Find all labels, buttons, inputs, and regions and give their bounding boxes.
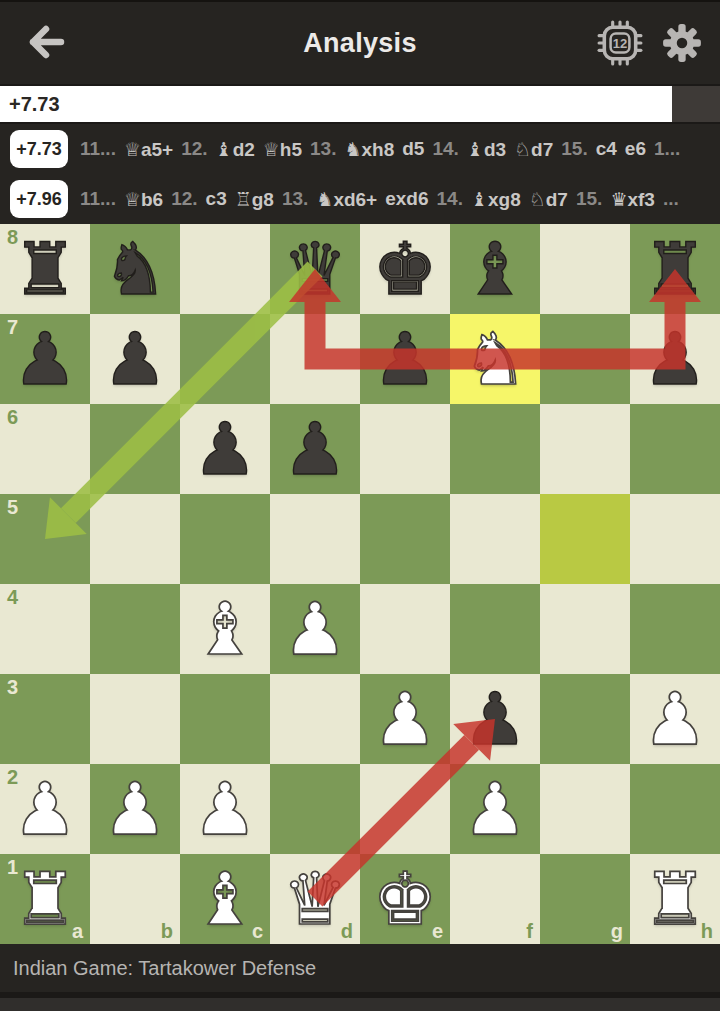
square-d8[interactable]: ♛ (270, 224, 360, 314)
move: ♖g8 (235, 188, 274, 211)
opening-bar: Indian Game: Tartakower Defense (0, 944, 720, 992)
square-a6[interactable]: 6 (0, 404, 90, 494)
square-g4[interactable] (540, 584, 630, 674)
eval-value: +7.73 (0, 93, 60, 116)
move-number: 12. (171, 188, 197, 210)
square-g3[interactable] (540, 674, 630, 764)
square-a1[interactable]: 1a♜ (0, 854, 90, 944)
chess-board: 8♜♞♛♚♝♜7♟♟♟♞♟6♟♟54♝♟3♟♟♟2♟♟♟♟1a♜bc♝d♛e♚f… (0, 224, 720, 944)
black-king-e8[interactable]: ♚ (360, 224, 450, 314)
square-a8[interactable]: 8♜ (0, 224, 90, 314)
square-f4[interactable] (450, 584, 540, 674)
square-h8[interactable]: ♜ (630, 224, 720, 314)
square-f3[interactable]: ♟ (450, 674, 540, 764)
move: e6 (625, 138, 646, 160)
move: ♝d3 (467, 138, 506, 161)
settings-button[interactable] (658, 19, 706, 67)
move-number: ... (663, 188, 679, 210)
eval-badge: +7.73 (10, 130, 68, 168)
square-h6[interactable] (630, 404, 720, 494)
square-a2[interactable]: 2♟ (0, 764, 90, 854)
square-e7[interactable]: ♟ (360, 314, 450, 404)
square-g7[interactable] (540, 314, 630, 404)
move: ♕a5+ (124, 138, 173, 161)
square-b3[interactable] (90, 674, 180, 764)
move-number: 15. (576, 188, 602, 210)
square-d4[interactable]: ♟ (270, 584, 360, 674)
square-h1[interactable]: h♜ (630, 854, 720, 944)
cpu-chip-icon: 12 (597, 20, 643, 66)
black-pawn-h7[interactable]: ♟ (630, 314, 720, 404)
square-e1[interactable]: e♚ (360, 854, 450, 944)
square-g1[interactable]: g (540, 854, 630, 944)
square-g8[interactable] (540, 224, 630, 314)
square-a7[interactable]: 7♟ (0, 314, 90, 404)
white-pawn-d4[interactable]: ♟ (270, 584, 360, 674)
square-c2[interactable]: ♟ (180, 764, 270, 854)
square-d1[interactable]: d♛ (270, 854, 360, 944)
rank-label-4: 4 (7, 587, 18, 607)
square-f1[interactable]: f (450, 854, 540, 944)
white-pawn-h3[interactable]: ♟ (630, 674, 720, 764)
square-a4[interactable]: 4 (0, 584, 90, 674)
square-f6[interactable] (450, 404, 540, 494)
square-d3[interactable] (270, 674, 360, 764)
white-knight-f7[interactable]: ♞ (450, 314, 540, 404)
square-e5[interactable] (360, 494, 450, 584)
square-a5[interactable]: 5 (0, 494, 90, 584)
white-rook-a1[interactable]: ♜ (0, 854, 90, 944)
black-pawn-b7[interactable]: ♟ (90, 314, 180, 404)
eval-bar: +7.73 (0, 84, 720, 124)
square-c4[interactable]: ♝ (180, 584, 270, 674)
black-queen-d8[interactable]: ♛ (270, 224, 360, 314)
line-moves: 11...♕a5+12.♝d2♕h513.♞xh8d514.♝d3♘d715.c… (80, 138, 680, 161)
top-bar: Analysis 12 (0, 0, 720, 84)
white-king-e1[interactable]: ♚ (360, 854, 450, 944)
square-h3[interactable]: ♟ (630, 674, 720, 764)
move: exd6 (385, 188, 428, 210)
engine-depth-value: 12 (613, 36, 628, 51)
square-h5[interactable] (630, 494, 720, 584)
white-pawn-b2[interactable]: ♟ (90, 764, 180, 854)
square-f2[interactable]: ♟ (450, 764, 540, 854)
move: ♞xh8 (344, 138, 394, 161)
square-b2[interactable]: ♟ (90, 764, 180, 854)
white-pawn-e3[interactable]: ♟ (360, 674, 450, 764)
move-number: 13. (282, 188, 308, 210)
square-f7[interactable]: ♞ (450, 314, 540, 404)
square-a3[interactable]: 3 (0, 674, 90, 764)
square-c7[interactable] (180, 314, 270, 404)
engine-depth-button[interactable]: 12 (596, 19, 644, 67)
square-b7[interactable]: ♟ (90, 314, 180, 404)
move-number: 11... (80, 188, 116, 210)
square-e3[interactable]: ♟ (360, 674, 450, 764)
white-rook-h1[interactable]: ♜ (630, 854, 720, 944)
square-b1[interactable]: b (90, 854, 180, 944)
move: ♕b6 (124, 188, 163, 211)
square-d2[interactable] (270, 764, 360, 854)
black-bishop-f8[interactable]: ♝ (450, 224, 540, 314)
square-c5[interactable] (180, 494, 270, 584)
engine-lines: +7.7311...♕a5+12.♝d2♕h513.♞xh8d514.♝d3♘d… (0, 124, 720, 224)
square-f8[interactable]: ♝ (450, 224, 540, 314)
square-b4[interactable] (90, 584, 180, 674)
engine-line-2[interactable]: +7.9611...♕b612.c3♖g813.♞xd6+exd614.♝xg8… (0, 174, 720, 224)
square-h4[interactable] (630, 584, 720, 674)
square-e4[interactable] (360, 584, 450, 674)
white-bishop-c4[interactable]: ♝ (180, 584, 270, 674)
eval-bar-white: +7.73 (0, 86, 672, 122)
square-e6[interactable] (360, 404, 450, 494)
move-number: 15. (561, 138, 587, 160)
move-number: 13. (310, 138, 336, 160)
move-number: 12. (181, 138, 207, 160)
square-b5[interactable] (90, 494, 180, 584)
top-bar-actions: 12 (596, 2, 706, 84)
move: ♝xg8 (471, 188, 521, 211)
square-b8[interactable]: ♞ (90, 224, 180, 314)
move: ♛xf3 (610, 188, 655, 211)
black-knight-b8[interactable]: ♞ (90, 224, 180, 314)
move: ♘d7 (514, 138, 553, 161)
opening-name: Indian Game: Tartakower Defense (13, 957, 316, 980)
rank-label-5: 5 (7, 497, 18, 517)
move: ♝d2 (216, 138, 255, 161)
move: ♕h5 (263, 138, 302, 161)
white-queen-d1[interactable]: ♛ (270, 854, 360, 944)
move: ♞xd6+ (316, 188, 377, 211)
white-pawn-f2[interactable]: ♟ (450, 764, 540, 854)
eval-bar-black (672, 86, 720, 122)
square-d6[interactable]: ♟ (270, 404, 360, 494)
square-h2[interactable] (630, 764, 720, 854)
square-g6[interactable] (540, 404, 630, 494)
move-number: 11... (80, 138, 116, 160)
move-number: 14. (432, 138, 458, 160)
move: c3 (206, 188, 227, 210)
move-number: 14. (437, 188, 463, 210)
white-pawn-c2[interactable]: ♟ (180, 764, 270, 854)
rank-label-3: 3 (7, 677, 18, 697)
square-e8[interactable]: ♚ (360, 224, 450, 314)
move: c4 (596, 138, 617, 160)
square-g5[interactable] (540, 494, 630, 584)
line-moves: 11...♕b612.c3♖g813.♞xd6+exd614.♝xg8♘d715… (80, 188, 679, 211)
black-pawn-d6[interactable]: ♟ (270, 404, 360, 494)
gear-icon (661, 22, 703, 64)
file-label-g: g (611, 921, 623, 941)
white-pawn-a2[interactable]: ♟ (0, 764, 90, 854)
square-d7[interactable] (270, 314, 360, 404)
move-number: 1... (654, 138, 680, 160)
black-pawn-a7[interactable]: ♟ (0, 314, 90, 404)
bottom-panel-edge (0, 998, 720, 1011)
square-e2[interactable] (360, 764, 450, 854)
square-c1[interactable]: c♝ (180, 854, 270, 944)
square-f5[interactable] (450, 494, 540, 584)
black-rook-a8[interactable]: ♜ (0, 224, 90, 314)
file-label-f: f (526, 921, 533, 941)
square-c8[interactable] (180, 224, 270, 314)
black-pawn-c6[interactable]: ♟ (180, 404, 270, 494)
white-bishop-c1[interactable]: ♝ (180, 854, 270, 944)
move: ♘d7 (529, 188, 568, 211)
square-b6[interactable] (90, 404, 180, 494)
eval-badge: +7.96 (10, 180, 68, 218)
black-pawn-f3[interactable]: ♟ (450, 674, 540, 764)
square-d5[interactable] (270, 494, 360, 584)
black-rook-h8[interactable]: ♜ (630, 224, 720, 314)
square-c3[interactable] (180, 674, 270, 764)
square-g2[interactable] (540, 764, 630, 854)
black-pawn-e7[interactable]: ♟ (360, 314, 450, 404)
engine-line-1[interactable]: +7.7311...♕a5+12.♝d2♕h513.♞xh8d514.♝d3♘d… (0, 124, 720, 174)
move: d5 (402, 138, 424, 160)
square-c6[interactable]: ♟ (180, 404, 270, 494)
square-h7[interactable]: ♟ (630, 314, 720, 404)
rank-label-6: 6 (7, 407, 18, 427)
file-label-b: b (161, 921, 173, 941)
